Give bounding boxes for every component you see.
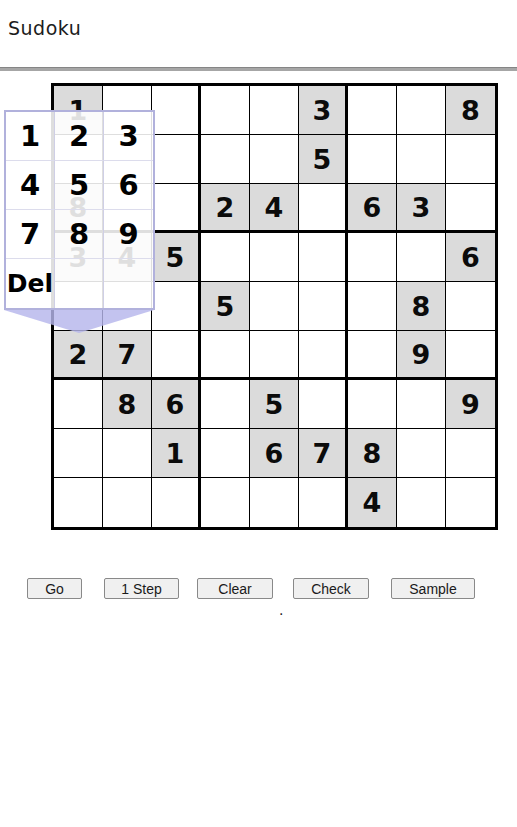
cell-r6c8[interactable]: 9 bbox=[397, 331, 446, 380]
cell-r4c5[interactable] bbox=[250, 233, 299, 282]
check-button[interactable]: Check bbox=[293, 578, 369, 599]
cell-r3c5[interactable]: 4 bbox=[250, 184, 299, 233]
cell-r4c8[interactable] bbox=[397, 233, 446, 282]
cell-r2c6[interactable]: 5 bbox=[299, 135, 348, 184]
cell-r8c7[interactable]: 8 bbox=[348, 429, 397, 478]
cell-r2c4[interactable] bbox=[201, 135, 250, 184]
cell-r9c4[interactable] bbox=[201, 478, 250, 527]
picker-2-button[interactable]: 2 bbox=[55, 112, 104, 161]
cell-r1c4[interactable] bbox=[201, 86, 250, 135]
go-button[interactable]: Go bbox=[27, 578, 82, 599]
cell-r5c9[interactable] bbox=[446, 282, 495, 331]
cell-r7c6[interactable] bbox=[299, 380, 348, 429]
cell-r9c3[interactable] bbox=[152, 478, 201, 527]
cell-r6c9[interactable] bbox=[446, 331, 495, 380]
cell-r9c1[interactable] bbox=[54, 478, 103, 527]
cell-r4c3[interactable]: 5 bbox=[152, 233, 201, 282]
clear-button[interactable]: Clear bbox=[197, 578, 273, 599]
cell-r4c4[interactable] bbox=[201, 233, 250, 282]
cell-r8c5[interactable]: 6 bbox=[250, 429, 299, 478]
cell-r5c5[interactable] bbox=[250, 282, 299, 331]
cell-r3c4[interactable]: 2 bbox=[201, 184, 250, 233]
popup-arrow bbox=[4, 310, 154, 333]
cell-r5c7[interactable] bbox=[348, 282, 397, 331]
cell-r7c5[interactable]: 5 bbox=[250, 380, 299, 429]
cell-r2c7[interactable] bbox=[348, 135, 397, 184]
cell-r7c9[interactable]: 9 bbox=[446, 380, 495, 429]
picker-empty-cell bbox=[104, 259, 153, 308]
cell-r8c1[interactable] bbox=[54, 429, 103, 478]
cell-r9c8[interactable] bbox=[397, 478, 446, 527]
cell-r4c9[interactable]: 6 bbox=[446, 233, 495, 282]
cell-r1c3[interactable] bbox=[152, 86, 201, 135]
picker-1-button[interactable]: 1 bbox=[6, 112, 55, 161]
cell-r8c2[interactable] bbox=[103, 429, 152, 478]
cell-r9c9[interactable] bbox=[446, 478, 495, 527]
page-title: Sudoku bbox=[8, 17, 81, 39]
cell-r5c6[interactable] bbox=[299, 282, 348, 331]
cell-r3c7[interactable]: 6 bbox=[348, 184, 397, 233]
cell-r4c6[interactable] bbox=[299, 233, 348, 282]
picker-5-button[interactable]: 5 bbox=[55, 161, 104, 210]
cell-r9c5[interactable] bbox=[250, 478, 299, 527]
cell-r2c3[interactable] bbox=[152, 135, 201, 184]
cell-r6c1[interactable]: 2 bbox=[54, 331, 103, 380]
picker-del-button[interactable]: Del bbox=[6, 259, 55, 308]
picker-empty-cell bbox=[55, 259, 104, 308]
cell-r1c5[interactable] bbox=[250, 86, 299, 135]
picker-7-button[interactable]: 7 bbox=[6, 210, 55, 259]
picker-3-button[interactable]: 3 bbox=[104, 112, 153, 161]
cell-r7c1[interactable] bbox=[54, 380, 103, 429]
cell-r3c8[interactable]: 3 bbox=[397, 184, 446, 233]
cell-r5c8[interactable]: 8 bbox=[397, 282, 446, 331]
one-step-button[interactable]: 1 Step bbox=[104, 578, 179, 599]
cell-r5c4[interactable]: 5 bbox=[201, 282, 250, 331]
cell-r7c4[interactable] bbox=[201, 380, 250, 429]
cell-r3c3[interactable] bbox=[152, 184, 201, 233]
cell-r3c6[interactable] bbox=[299, 184, 348, 233]
cell-r9c6[interactable] bbox=[299, 478, 348, 527]
sudoku-app: Sudoku 138582463345658279865916784 12345… bbox=[0, 0, 517, 827]
cell-r2c5[interactable] bbox=[250, 135, 299, 184]
cell-r8c4[interactable] bbox=[201, 429, 250, 478]
cell-r1c8[interactable] bbox=[397, 86, 446, 135]
cell-r5c3[interactable] bbox=[152, 282, 201, 331]
cell-r8c3[interactable]: 1 bbox=[152, 429, 201, 478]
cell-r7c7[interactable] bbox=[348, 380, 397, 429]
cell-r8c9[interactable] bbox=[446, 429, 495, 478]
number-picker-popup: 123456789Del bbox=[4, 110, 155, 310]
cell-r1c9[interactable]: 8 bbox=[446, 86, 495, 135]
divider bbox=[0, 67, 517, 71]
picker-4-button[interactable]: 4 bbox=[6, 161, 55, 210]
cell-r7c3[interactable]: 6 bbox=[152, 380, 201, 429]
cell-r6c4[interactable] bbox=[201, 331, 250, 380]
footer-dot: . bbox=[279, 602, 283, 618]
cell-r9c7[interactable]: 4 bbox=[348, 478, 397, 527]
cell-r7c2[interactable]: 8 bbox=[103, 380, 152, 429]
cell-r9c2[interactable] bbox=[103, 478, 152, 527]
cell-r2c8[interactable] bbox=[397, 135, 446, 184]
cell-r6c6[interactable] bbox=[299, 331, 348, 380]
cell-r4c7[interactable] bbox=[348, 233, 397, 282]
cell-r6c5[interactable] bbox=[250, 331, 299, 380]
cell-r8c6[interactable]: 7 bbox=[299, 429, 348, 478]
cell-r3c9[interactable] bbox=[446, 184, 495, 233]
cell-r6c7[interactable] bbox=[348, 331, 397, 380]
cell-r1c6[interactable]: 3 bbox=[299, 86, 348, 135]
picker-8-button[interactable]: 8 bbox=[55, 210, 104, 259]
picker-9-button[interactable]: 9 bbox=[104, 210, 153, 259]
picker-6-button[interactable]: 6 bbox=[104, 161, 153, 210]
cell-r1c7[interactable] bbox=[348, 86, 397, 135]
cell-r6c3[interactable] bbox=[152, 331, 201, 380]
cell-r7c8[interactable] bbox=[397, 380, 446, 429]
cell-r8c8[interactable] bbox=[397, 429, 446, 478]
sample-button[interactable]: Sample bbox=[391, 578, 475, 599]
cell-r6c2[interactable]: 7 bbox=[103, 331, 152, 380]
cell-r2c9[interactable] bbox=[446, 135, 495, 184]
